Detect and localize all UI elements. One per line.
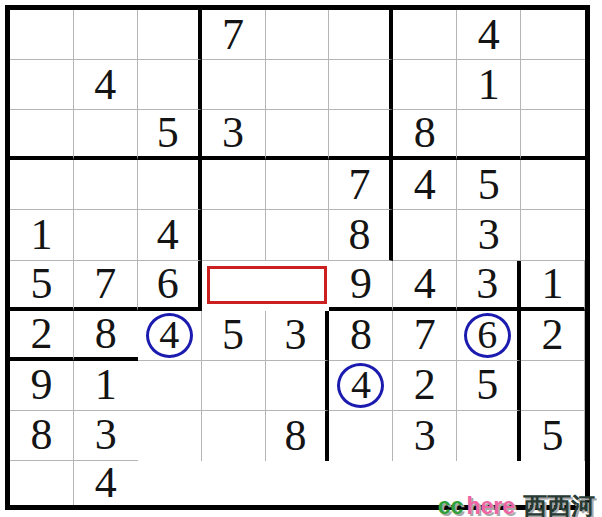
digit: 3 xyxy=(95,413,117,457)
cell-r4c9[interactable] xyxy=(521,160,585,210)
digit: 3 xyxy=(284,313,306,357)
cell-r4c3[interactable] xyxy=(138,160,202,210)
digit: 6 xyxy=(477,315,497,355)
digit: 8 xyxy=(95,312,117,356)
digit: 5 xyxy=(30,262,52,306)
watermark: cchere西西河 xyxy=(438,490,595,517)
watermark-cc: cc xyxy=(438,493,464,517)
cell-r4c2[interactable] xyxy=(74,160,138,210)
sudoku-board: 7441538745148357694312845387629142583835… xyxy=(5,5,590,510)
blue-circle-annotation: 4 xyxy=(337,363,384,408)
cell-r1c1[interactable] xyxy=(10,10,74,60)
digit: 4 xyxy=(414,262,436,306)
digit: 3 xyxy=(478,213,500,257)
cell-r9c2[interactable] xyxy=(202,411,266,461)
cell-r1c2[interactable] xyxy=(74,10,138,60)
cell-r8c8[interactable]: 8 xyxy=(10,411,74,461)
cell-r4c8[interactable]: 5 xyxy=(457,160,521,210)
digit: 4 xyxy=(351,365,371,405)
cell-r2c5[interactable] xyxy=(266,60,330,110)
cell-r6c7[interactable]: 1 xyxy=(521,261,585,311)
digit: 4 xyxy=(414,163,436,207)
sudoku-grid: 7441538745148357694312845387629142583835… xyxy=(10,10,585,505)
digit: 9 xyxy=(350,262,372,306)
digit: 5 xyxy=(542,414,564,458)
cell-r5c3[interactable]: 4 xyxy=(138,210,202,260)
cell-r8c4[interactable]: 4 xyxy=(329,361,393,411)
cell-r3c9[interactable] xyxy=(521,110,585,160)
cell-r7c7[interactable]: 2 xyxy=(521,311,585,361)
cell-r2c2[interactable]: 4 xyxy=(74,60,138,110)
cell-r4c5[interactable] xyxy=(266,160,330,210)
cell-r3c2[interactable] xyxy=(74,110,138,160)
cell-r2c9[interactable] xyxy=(521,60,585,110)
digit: 7 xyxy=(94,262,116,306)
cell-r8c7[interactable] xyxy=(521,361,585,411)
digit: 2 xyxy=(30,312,52,356)
cell-r2c8[interactable]: 1 xyxy=(457,60,521,110)
cell-r5c5[interactable] xyxy=(266,210,330,260)
cell-r8c1[interactable] xyxy=(138,361,202,411)
digit: 8 xyxy=(284,414,306,458)
red-highlight-rectangle xyxy=(207,266,328,304)
cell-r9c7[interactable]: 5 xyxy=(521,411,585,461)
digit: 4 xyxy=(95,461,117,505)
digit: 7 xyxy=(414,313,436,357)
cell-r4c4[interactable] xyxy=(202,160,266,210)
cell-r6c5[interactable]: 4 xyxy=(393,261,457,311)
cell-r9c1[interactable] xyxy=(138,411,202,461)
digit: 5 xyxy=(222,313,244,357)
cell-r6c2[interactable]: 7 xyxy=(74,261,138,311)
cell-r6c3[interactable]: 6 xyxy=(138,261,202,311)
cell-r4c7[interactable]: 4 xyxy=(393,160,457,210)
cell-r5c8[interactable]: 3 xyxy=(457,210,521,260)
cell-r1c8[interactable]: 4 xyxy=(457,10,521,60)
cell-r5c1[interactable]: 1 xyxy=(10,210,74,260)
digit: 3 xyxy=(414,414,436,458)
cell-r2c6[interactable] xyxy=(329,60,393,110)
cell-r7c4[interactable]: 8 xyxy=(329,311,393,361)
cell-r4c6[interactable]: 7 xyxy=(329,160,393,210)
cell-r9c3[interactable]: 8 xyxy=(266,411,330,461)
digit: 5 xyxy=(157,111,179,155)
digit: 8 xyxy=(348,213,370,257)
digit: 4 xyxy=(157,213,179,257)
digit: 4 xyxy=(159,315,179,355)
cell-r8c5[interactable]: 2 xyxy=(393,361,457,411)
digit: 8 xyxy=(350,313,372,357)
blue-circle-annotation: 4 xyxy=(146,313,193,358)
cell-r1c9[interactable] xyxy=(521,10,585,60)
digit: 7 xyxy=(222,13,244,57)
digit: 8 xyxy=(30,413,52,457)
screenshot-root: 7441538745148357694312845387629142583835… xyxy=(0,0,602,517)
cell-r7c3[interactable]: 3 xyxy=(266,311,330,361)
digit: 1 xyxy=(30,213,52,257)
cell-r9c8[interactable] xyxy=(10,461,74,505)
cell-r5c6[interactable]: 8 xyxy=(329,210,393,260)
cell-r1c6[interactable] xyxy=(329,10,393,60)
watermark-site: 西西河 xyxy=(523,492,595,517)
digit: 5 xyxy=(478,163,500,207)
digit: 3 xyxy=(222,111,244,155)
watermark-here: here xyxy=(466,493,515,517)
cell-r6c4[interactable]: 9 xyxy=(329,261,393,311)
cell-r9c9[interactable]: 4 xyxy=(74,461,138,505)
cell-r3c8[interactable] xyxy=(457,110,521,160)
cell-r9c4[interactable] xyxy=(329,411,393,461)
cell-r6c6[interactable]: 3 xyxy=(457,261,521,311)
cell-r8c2[interactable] xyxy=(202,361,266,411)
cell-r3c5[interactable] xyxy=(266,110,330,160)
digit: 1 xyxy=(542,262,564,306)
cell-r2c4[interactable] xyxy=(202,60,266,110)
cell-r6c8[interactable]: 2 xyxy=(10,311,74,361)
digit: 4 xyxy=(478,13,500,57)
cell-r1c7[interactable] xyxy=(393,10,457,60)
digit: 1 xyxy=(478,63,500,107)
digit: 2 xyxy=(542,313,564,357)
cell-r5c2[interactable] xyxy=(74,210,138,260)
cell-r8c6[interactable]: 5 xyxy=(457,361,521,411)
cell-r9c5[interactable]: 3 xyxy=(393,411,457,461)
digit: 7 xyxy=(348,163,370,207)
digit: 9 xyxy=(30,363,52,407)
cell-r5c4[interactable] xyxy=(202,210,266,260)
cell-r2c1[interactable] xyxy=(10,60,74,110)
digit: 1 xyxy=(95,363,117,407)
cell-r3c7[interactable]: 8 xyxy=(393,110,457,160)
cell-r8c3[interactable] xyxy=(266,361,330,411)
blue-circle-annotation: 6 xyxy=(464,313,511,358)
cell-r4c1[interactable] xyxy=(10,160,74,210)
cell-r7c6[interactable]: 6 xyxy=(457,311,521,361)
digit: 8 xyxy=(414,111,436,155)
cell-r6c9[interactable]: 8 xyxy=(74,311,138,361)
cell-r7c2[interactable]: 5 xyxy=(202,311,266,361)
cell-r3c1[interactable] xyxy=(10,110,74,160)
cell-r8c9[interactable]: 3 xyxy=(74,411,138,461)
cell-r2c7[interactable] xyxy=(393,60,457,110)
cell-r6c1[interactable]: 5 xyxy=(10,261,74,311)
digit: 2 xyxy=(414,363,436,407)
digit: 6 xyxy=(157,262,179,306)
cell-r7c8[interactable]: 9 xyxy=(10,361,74,411)
cell-r7c5[interactable]: 7 xyxy=(393,311,457,361)
cell-r7c1[interactable]: 4 xyxy=(138,311,202,361)
cell-r2c3[interactable] xyxy=(138,60,202,110)
digit: 3 xyxy=(476,262,498,306)
cell-r1c3[interactable] xyxy=(138,10,202,60)
cell-r1c4[interactable]: 7 xyxy=(202,10,266,60)
cell-r7c9[interactable]: 1 xyxy=(74,361,138,411)
digit: 5 xyxy=(476,363,498,407)
cell-r1c5[interactable] xyxy=(266,10,330,60)
cell-r3c4[interactable]: 3 xyxy=(202,110,266,160)
cell-r5c9[interactable] xyxy=(521,210,585,260)
cell-r9c6[interactable] xyxy=(457,411,521,461)
cell-r3c3[interactable]: 5 xyxy=(138,110,202,160)
cell-r5c7[interactable] xyxy=(393,210,457,260)
digit: 4 xyxy=(94,63,116,107)
cell-r3c6[interactable] xyxy=(329,110,393,160)
